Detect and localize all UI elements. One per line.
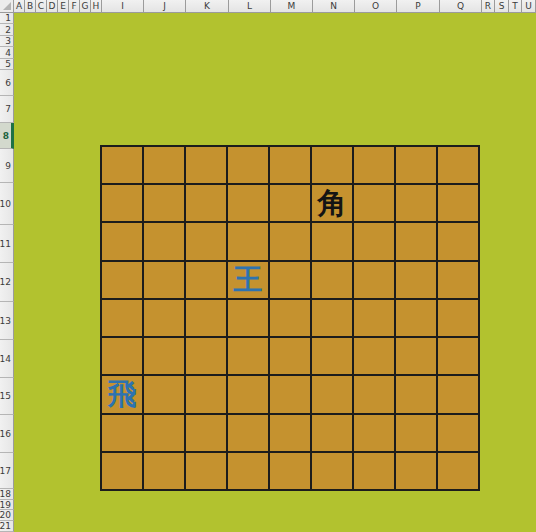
column-header-E[interactable]: E: [58, 0, 69, 13]
board-cell-r6c1[interactable]: [102, 338, 142, 374]
column-header-K[interactable]: K: [186, 0, 229, 13]
column-header-D[interactable]: D: [47, 0, 58, 13]
board-cell-r7c7[interactable]: [354, 376, 394, 412]
board-cell-r1c9[interactable]: [438, 147, 478, 183]
board-cell-r4c8[interactable]: [396, 262, 436, 298]
board-cell-r6c6[interactable]: [312, 338, 352, 374]
column-header-U[interactable]: U: [522, 0, 536, 13]
column-header-N[interactable]: N: [313, 0, 355, 13]
board-cell-r6c7[interactable]: [354, 338, 394, 374]
row-header-8[interactable]: 8: [0, 123, 14, 149]
board-cell-r4c9[interactable]: [438, 262, 478, 298]
board-cell-r1c7[interactable]: [354, 147, 394, 183]
board-cell-r2c9[interactable]: [438, 185, 478, 221]
column-header-M[interactable]: M: [271, 0, 313, 13]
board-cell-r8c1[interactable]: [102, 415, 142, 451]
row-header-6[interactable]: 6: [0, 70, 14, 96]
column-header-S[interactable]: S: [495, 0, 509, 13]
row-header-11[interactable]: 11: [0, 225, 14, 263]
row-header-14[interactable]: 14: [0, 340, 14, 378]
row-header-10[interactable]: 10: [0, 183, 14, 225]
board-cell-r8c9[interactable]: [438, 415, 478, 451]
row-header-9[interactable]: 9: [0, 149, 14, 183]
board-cell-r9c7[interactable]: [354, 453, 394, 489]
board-cell-r3c5[interactable]: [270, 223, 310, 259]
board-cell-r7c8[interactable]: [396, 376, 436, 412]
board-cell-r8c8[interactable]: [396, 415, 436, 451]
board-cell-r8c3[interactable]: [186, 415, 226, 451]
board-cell-r1c8[interactable]: [396, 147, 436, 183]
row-header-18[interactable]: 18: [0, 489, 14, 500]
board-cell-r3c9[interactable]: [438, 223, 478, 259]
row-header-17[interactable]: 17: [0, 453, 14, 489]
column-header-T[interactable]: T: [509, 0, 522, 13]
column-header-F[interactable]: F: [69, 0, 80, 13]
board-cell-r9c3[interactable]: [186, 453, 226, 489]
column-header-O[interactable]: O: [355, 0, 397, 13]
board-cell-r6c9[interactable]: [438, 338, 478, 374]
board-cell-r3c8[interactable]: [396, 223, 436, 259]
shogi-board: 角王飛: [100, 145, 480, 491]
board-cell-r5c7[interactable]: [354, 300, 394, 336]
column-header-Q[interactable]: Q: [440, 0, 482, 13]
board-cell-r5c3[interactable]: [186, 300, 226, 336]
column-header-P[interactable]: P: [397, 0, 440, 13]
board-cell-r7c2[interactable]: [144, 376, 184, 412]
board-cell-r4c5[interactable]: [270, 262, 310, 298]
board-cell-r2c2[interactable]: [144, 185, 184, 221]
board-cell-r6c4[interactable]: [228, 338, 268, 374]
column-header-H[interactable]: H: [91, 0, 102, 13]
board-cell-r7c5[interactable]: [270, 376, 310, 412]
column-header-C[interactable]: C: [36, 0, 47, 13]
row-header-20[interactable]: 20: [0, 510, 14, 521]
board-cell-r7c9[interactable]: [438, 376, 478, 412]
board-cell-r3c3[interactable]: [186, 223, 226, 259]
board-cell-r3c4[interactable]: [228, 223, 268, 259]
column-header-A[interactable]: A: [14, 0, 25, 13]
board-cell-r9c2[interactable]: [144, 453, 184, 489]
row-header-2[interactable]: 2: [0, 24, 14, 36]
board-cell-r1c5[interactable]: [270, 147, 310, 183]
board-cell-r3c7[interactable]: [354, 223, 394, 259]
board-cell-r6c8[interactable]: [396, 338, 436, 374]
column-header-J[interactable]: J: [144, 0, 186, 13]
board-cell-r2c3[interactable]: [186, 185, 226, 221]
board-cell-r2c6[interactable]: 角: [312, 185, 352, 221]
row-header-3[interactable]: 3: [0, 36, 14, 47]
board-cell-r5c5[interactable]: [270, 300, 310, 336]
board-cell-r2c7[interactable]: [354, 185, 394, 221]
board-cell-r9c4[interactable]: [228, 453, 268, 489]
spreadsheet-window: ABCDEFGHIJKLMNOPQRSTU 123456789101112131…: [0, 0, 536, 532]
board-cell-r5c8[interactable]: [396, 300, 436, 336]
board-cell-r1c1[interactable]: [102, 147, 142, 183]
board-cell-r7c6[interactable]: [312, 376, 352, 412]
board-cell-r6c3[interactable]: [186, 338, 226, 374]
board-cell-r9c5[interactable]: [270, 453, 310, 489]
board-cell-r4c3[interactable]: [186, 262, 226, 298]
board-cell-r7c1[interactable]: 飛: [102, 376, 142, 412]
board-cell-r2c1[interactable]: [102, 185, 142, 221]
board-cell-r8c5[interactable]: [270, 415, 310, 451]
board-cell-r1c6[interactable]: [312, 147, 352, 183]
board-cell-r2c5[interactable]: [270, 185, 310, 221]
board-cell-r4c2[interactable]: [144, 262, 184, 298]
board-cell-r9c6[interactable]: [312, 453, 352, 489]
board-cell-r2c4[interactable]: [228, 185, 268, 221]
board-cell-r1c3[interactable]: [186, 147, 226, 183]
board-cell-r9c1[interactable]: [102, 453, 142, 489]
row-header-5[interactable]: 5: [0, 59, 14, 70]
board-cell-r1c4[interactable]: [228, 147, 268, 183]
row-header-13[interactable]: 13: [0, 302, 14, 340]
board-cell-r9c9[interactable]: [438, 453, 478, 489]
board-cell-r5c1[interactable]: [102, 300, 142, 336]
board-cell-r5c6[interactable]: [312, 300, 352, 336]
row-header-column: 123456789101112131415161718192021: [0, 13, 14, 532]
board-cell-r4c7[interactable]: [354, 262, 394, 298]
shogi-piece-bishop: 角: [318, 189, 347, 218]
board-cell-r7c4[interactable]: [228, 376, 268, 412]
board-cell-r8c2[interactable]: [144, 415, 184, 451]
row-header-7[interactable]: 7: [0, 96, 14, 123]
board-cell-r4c1[interactable]: [102, 262, 142, 298]
board-cell-r8c7[interactable]: [354, 415, 394, 451]
row-header-1[interactable]: 1: [0, 13, 14, 24]
board-cell-r9c8[interactable]: [396, 453, 436, 489]
row-header-4[interactable]: 4: [0, 47, 14, 59]
column-header-L[interactable]: L: [229, 0, 271, 13]
select-all-triangle-icon: [3, 2, 11, 10]
board-cell-r3c6[interactable]: [312, 223, 352, 259]
column-header-B[interactable]: B: [25, 0, 36, 13]
board-cell-r6c5[interactable]: [270, 338, 310, 374]
row-header-12[interactable]: 12: [0, 263, 14, 302]
select-all-corner[interactable]: [0, 0, 14, 13]
row-header-21[interactable]: 21: [0, 521, 14, 532]
board-cell-r1c2[interactable]: [144, 147, 184, 183]
shogi-piece-rook: 飛: [108, 380, 137, 409]
board-cell-r5c4[interactable]: [228, 300, 268, 336]
board-cell-r2c8[interactable]: [396, 185, 436, 221]
row-header-15[interactable]: 15: [0, 378, 14, 415]
board-cell-r7c3[interactable]: [186, 376, 226, 412]
board-cell-r4c6[interactable]: [312, 262, 352, 298]
board-cell-r5c9[interactable]: [438, 300, 478, 336]
board-cell-r6c2[interactable]: [144, 338, 184, 374]
row-header-19[interactable]: 19: [0, 500, 14, 510]
board-cell-r3c1[interactable]: [102, 223, 142, 259]
column-header-I[interactable]: I: [102, 0, 144, 13]
column-header-R[interactable]: R: [482, 0, 495, 13]
board-cell-r5c2[interactable]: [144, 300, 184, 336]
shogi-piece-king: 王: [234, 265, 263, 294]
board-cell-r4c4[interactable]: 王: [228, 262, 268, 298]
column-header-G[interactable]: G: [80, 0, 91, 13]
board-cell-r3c2[interactable]: [144, 223, 184, 259]
board-cell-r8c6[interactable]: [312, 415, 352, 451]
column-header-row: ABCDEFGHIJKLMNOPQRSTU: [14, 0, 536, 13]
row-header-16[interactable]: 16: [0, 415, 14, 453]
board-cell-r8c4[interactable]: [228, 415, 268, 451]
